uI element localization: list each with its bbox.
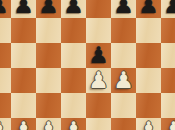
white-pawn-g2: ♟ <box>138 118 159 130</box>
square-h3[interactable] <box>161 93 175 118</box>
square-d3[interactable] <box>61 93 86 118</box>
square-f7[interactable]: ♟ <box>111 0 136 18</box>
white-pawn-a2: ♟ <box>0 118 9 130</box>
square-b5[interactable] <box>11 43 36 68</box>
square-e3[interactable] <box>86 93 111 118</box>
square-a4[interactable] <box>0 68 11 93</box>
square-g6[interactable] <box>136 18 161 43</box>
square-e2[interactable] <box>86 118 111 130</box>
square-h4[interactable] <box>161 68 175 93</box>
square-g7[interactable]: ♟ <box>136 0 161 18</box>
square-c2[interactable]: ♟ <box>36 118 61 130</box>
square-h6[interactable] <box>161 18 175 43</box>
square-f3[interactable] <box>111 93 136 118</box>
square-d6[interactable] <box>61 18 86 43</box>
white-pawn-e4: ♟ <box>88 68 109 93</box>
square-h7[interactable]: ♟ <box>161 0 175 18</box>
square-d5[interactable] <box>61 43 86 68</box>
black-pawn-g7: ♟ <box>138 0 159 18</box>
square-g3[interactable] <box>136 93 161 118</box>
square-d2[interactable]: ♟ <box>61 118 86 130</box>
black-pawn-h7: ♟ <box>163 0 175 18</box>
square-a2[interactable]: ♟ <box>0 118 11 130</box>
black-pawn-b7: ♟ <box>13 0 34 18</box>
white-pawn-h2: ♟ <box>163 118 175 130</box>
square-a5[interactable] <box>0 43 11 68</box>
chess-board: ♟♟♟♟♟♟♟♟♟♟♟♟♟♟♟♟ <box>0 0 175 130</box>
square-c5[interactable] <box>36 43 61 68</box>
square-a3[interactable] <box>0 93 11 118</box>
square-g2[interactable]: ♟ <box>136 118 161 130</box>
square-c4[interactable] <box>36 68 61 93</box>
square-b6[interactable] <box>11 18 36 43</box>
black-pawn-d7: ♟ <box>63 0 84 18</box>
square-f4[interactable]: ♟ <box>111 68 136 93</box>
black-pawn-a7: ♟ <box>0 0 9 18</box>
white-pawn-d2: ♟ <box>63 118 84 130</box>
square-g5[interactable] <box>136 43 161 68</box>
square-f6[interactable] <box>111 18 136 43</box>
square-g4[interactable] <box>136 68 161 93</box>
square-e5[interactable]: ♟ <box>86 43 111 68</box>
square-b7[interactable]: ♟ <box>11 0 36 18</box>
square-e6[interactable] <box>86 18 111 43</box>
square-c3[interactable] <box>36 93 61 118</box>
black-pawn-c7: ♟ <box>38 0 59 18</box>
square-h2[interactable]: ♟ <box>161 118 175 130</box>
square-c7[interactable]: ♟ <box>36 0 61 18</box>
square-d4[interactable] <box>61 68 86 93</box>
chess-board-viewport: ♟♟♟♟♟♟♟♟♟♟♟♟♟♟♟♟ <box>0 0 175 130</box>
white-pawn-c2: ♟ <box>38 118 59 130</box>
square-f2[interactable] <box>111 118 136 130</box>
square-e7[interactable] <box>86 0 111 18</box>
square-c6[interactable] <box>36 18 61 43</box>
square-b3[interactable] <box>11 93 36 118</box>
white-pawn-b2: ♟ <box>13 118 34 130</box>
square-a7[interactable]: ♟ <box>0 0 11 18</box>
square-e4[interactable]: ♟ <box>86 68 111 93</box>
square-b4[interactable] <box>11 68 36 93</box>
square-a6[interactable] <box>0 18 11 43</box>
white-pawn-f4: ♟ <box>113 68 134 93</box>
square-d7[interactable]: ♟ <box>61 0 86 18</box>
square-h5[interactable] <box>161 43 175 68</box>
square-f5[interactable] <box>111 43 136 68</box>
black-pawn-e5: ♟ <box>88 43 109 68</box>
square-b2[interactable]: ♟ <box>11 118 36 130</box>
black-pawn-f7: ♟ <box>113 0 134 18</box>
